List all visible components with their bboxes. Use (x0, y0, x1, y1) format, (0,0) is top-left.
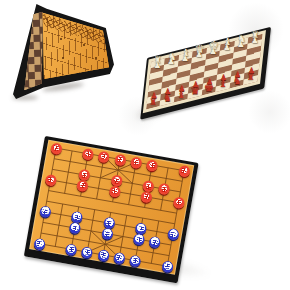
xiangqi-piece-character (112, 188, 118, 194)
xiangqi-piece-character (104, 231, 110, 237)
xiangqi-piece-character (85, 151, 91, 157)
board-star-point (62, 57, 64, 59)
xiangqi-piece-character (84, 249, 90, 255)
xiangqi-grid-lines (29, 140, 194, 275)
xiangqi-piece-character (181, 168, 187, 174)
xiangqi-piece-character (132, 258, 138, 264)
xiangqi-piece-character (136, 236, 142, 242)
xiangqi-piece-character (113, 178, 119, 184)
xiangqi-board-wrap (24, 136, 199, 283)
xiangqi-piece-character (101, 154, 107, 160)
xiangqi-piece-character (100, 252, 106, 258)
xiangqi-piece-character (116, 255, 122, 261)
product-photo: ♜♞♝♛♚♝♞♜♟♟♟♟♟♟♟♟♟♟♟♟♟♟♟♟♜♞♝♛♚♝♞♜ (0, 0, 290, 290)
chess-squares (146, 34, 263, 110)
xiangqi-piece-character (161, 186, 167, 192)
xiangqi-piece-character (74, 215, 80, 221)
xiangqi-piece-character (149, 162, 155, 168)
xiangqi-piece-character (176, 200, 182, 206)
xiangqi-piece-character (164, 263, 170, 269)
xiangqi-piece-character (106, 220, 112, 226)
xiangqi-piece-character (53, 145, 59, 151)
xiangqi-piece-character (81, 172, 87, 178)
xiangqi-piece-character (138, 226, 144, 232)
board-star-point (60, 38, 62, 40)
xiangqi-piece-character (48, 177, 54, 183)
xiangqi-piece-character (144, 194, 150, 200)
xiangqi-piece-character (36, 241, 42, 247)
xiangqi-piece-character (72, 225, 78, 231)
chess-board (140, 27, 271, 120)
board-star-point (95, 57, 97, 59)
xiangqi-piece-character (152, 239, 158, 245)
xiangqi-piece-character (170, 231, 176, 237)
board-star-point (83, 44, 85, 46)
watermark-smudge (248, 90, 290, 134)
xiangqi-piece-character (133, 159, 139, 165)
xiangqi-piece-character (80, 183, 86, 189)
xiangqi-piece-character (68, 246, 74, 252)
xiangqi-piece-character (117, 156, 123, 162)
xiangqi-piece-character (145, 183, 151, 189)
xiangqi-piece-character (42, 209, 48, 215)
